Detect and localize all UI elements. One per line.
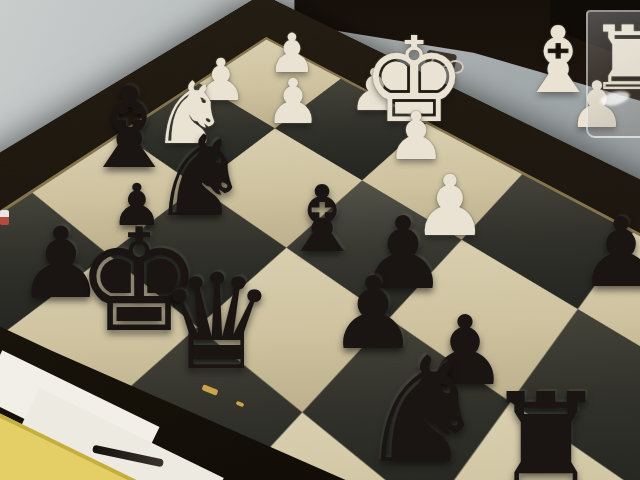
black-rook[interactable]: ♜ xyxy=(462,371,630,480)
black-queen[interactable]: ♛ xyxy=(138,253,296,392)
drinking-glass xyxy=(586,10,640,138)
black-pawn[interactable]: ♟ xyxy=(563,203,640,304)
chess-scene: ABCDEFGH VIIIVIIVIVIVIIIIII OTAMA ♟♜♝♟♟♟… xyxy=(0,0,640,480)
